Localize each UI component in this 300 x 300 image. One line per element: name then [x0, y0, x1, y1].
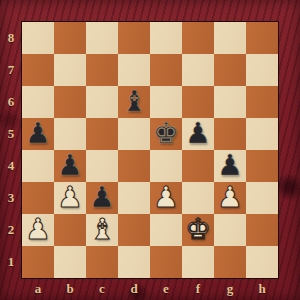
white-pawn[interactable]: ♟ [153, 183, 179, 212]
white-bishop[interactable]: ♝ [89, 215, 115, 244]
square-e5[interactable]: ♚ [150, 118, 182, 150]
rank-label-4: 4 [0, 150, 22, 182]
square-f3[interactable] [182, 182, 214, 214]
square-g8[interactable] [214, 22, 246, 54]
square-e4[interactable] [150, 150, 182, 182]
square-d2[interactable] [118, 214, 150, 246]
file-label-d: d [118, 278, 150, 300]
square-d4[interactable] [118, 150, 150, 182]
square-h8[interactable] [246, 22, 278, 54]
square-e3[interactable]: ♟ [150, 182, 182, 214]
square-b4[interactable]: ♟ [54, 150, 86, 182]
square-f4[interactable] [182, 150, 214, 182]
square-b6[interactable] [54, 86, 86, 118]
square-f6[interactable] [182, 86, 214, 118]
square-c2[interactable]: ♝ [86, 214, 118, 246]
square-e7[interactable] [150, 54, 182, 86]
square-b5[interactable] [54, 118, 86, 150]
square-f8[interactable] [182, 22, 214, 54]
square-a7[interactable] [22, 54, 54, 86]
square-h3[interactable] [246, 182, 278, 214]
file-labels: abcdefgh [22, 278, 278, 300]
rank-label-6: 6 [0, 86, 22, 118]
square-a1[interactable] [22, 246, 54, 278]
square-g3[interactable]: ♟ [214, 182, 246, 214]
white-pawn[interactable]: ♟ [25, 215, 51, 244]
white-pawn[interactable]: ♟ [217, 183, 243, 212]
square-a6[interactable] [22, 86, 54, 118]
chess-board-screenshot: 87654321 abcdefgh ♝♟♚♟♟♟♟♟♟♟♟♝♚ [0, 0, 300, 300]
square-c5[interactable] [86, 118, 118, 150]
square-b7[interactable] [54, 54, 86, 86]
square-a3[interactable] [22, 182, 54, 214]
square-e1[interactable] [150, 246, 182, 278]
white-pawn[interactable]: ♟ [57, 183, 83, 212]
square-d1[interactable] [118, 246, 150, 278]
rank-labels: 87654321 [0, 22, 22, 278]
chess-board: ♝♟♚♟♟♟♟♟♟♟♟♝♚ [22, 22, 278, 278]
black-pawn[interactable]: ♟ [89, 183, 115, 212]
black-pawn[interactable]: ♟ [57, 151, 83, 180]
square-g2[interactable] [214, 214, 246, 246]
square-a4[interactable] [22, 150, 54, 182]
square-e2[interactable] [150, 214, 182, 246]
square-g4[interactable]: ♟ [214, 150, 246, 182]
square-h7[interactable] [246, 54, 278, 86]
square-g5[interactable] [214, 118, 246, 150]
square-b1[interactable] [54, 246, 86, 278]
square-a5[interactable]: ♟ [22, 118, 54, 150]
black-pawn[interactable]: ♟ [25, 119, 51, 148]
black-king[interactable]: ♚ [153, 119, 179, 148]
square-h2[interactable] [246, 214, 278, 246]
white-king[interactable]: ♚ [185, 215, 211, 244]
rank-label-2: 2 [0, 214, 22, 246]
square-h4[interactable] [246, 150, 278, 182]
square-f2[interactable]: ♚ [182, 214, 214, 246]
black-bishop[interactable]: ♝ [121, 87, 147, 116]
square-d5[interactable] [118, 118, 150, 150]
rank-label-7: 7 [0, 54, 22, 86]
square-b2[interactable] [54, 214, 86, 246]
square-d6[interactable]: ♝ [118, 86, 150, 118]
file-label-e: e [150, 278, 182, 300]
square-c4[interactable] [86, 150, 118, 182]
square-h1[interactable] [246, 246, 278, 278]
file-label-c: c [86, 278, 118, 300]
file-label-a: a [22, 278, 54, 300]
square-a2[interactable]: ♟ [22, 214, 54, 246]
black-pawn[interactable]: ♟ [217, 151, 243, 180]
file-label-g: g [214, 278, 246, 300]
square-e8[interactable] [150, 22, 182, 54]
rank-label-8: 8 [0, 22, 22, 54]
square-a8[interactable] [22, 22, 54, 54]
square-d3[interactable] [118, 182, 150, 214]
square-f7[interactable] [182, 54, 214, 86]
file-label-h: h [246, 278, 278, 300]
square-b8[interactable] [54, 22, 86, 54]
square-g1[interactable] [214, 246, 246, 278]
rank-label-1: 1 [0, 246, 22, 278]
square-d7[interactable] [118, 54, 150, 86]
square-g7[interactable] [214, 54, 246, 86]
square-h6[interactable] [246, 86, 278, 118]
square-f1[interactable] [182, 246, 214, 278]
square-d8[interactable] [118, 22, 150, 54]
rank-label-3: 3 [0, 182, 22, 214]
square-h5[interactable] [246, 118, 278, 150]
rank-label-5: 5 [0, 118, 22, 150]
square-c7[interactable] [86, 54, 118, 86]
square-f5[interactable]: ♟ [182, 118, 214, 150]
square-c3[interactable]: ♟ [86, 182, 118, 214]
square-b3[interactable]: ♟ [54, 182, 86, 214]
black-pawn[interactable]: ♟ [185, 119, 211, 148]
square-c1[interactable] [86, 246, 118, 278]
file-label-b: b [54, 278, 86, 300]
square-c8[interactable] [86, 22, 118, 54]
file-label-f: f [182, 278, 214, 300]
square-e6[interactable] [150, 86, 182, 118]
square-g6[interactable] [214, 86, 246, 118]
square-c6[interactable] [86, 86, 118, 118]
